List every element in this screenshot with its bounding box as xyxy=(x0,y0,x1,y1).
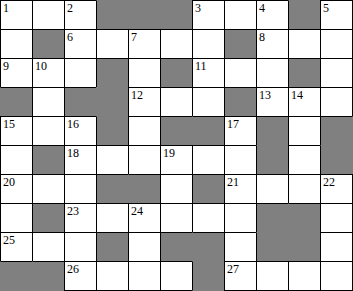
block-cell xyxy=(32,261,64,291)
clue-number: 19 xyxy=(163,147,175,159)
letter-cell[interactable]: 2 xyxy=(64,0,96,29)
letter-cell[interactable] xyxy=(224,232,256,261)
letter-cell[interactable]: 10 xyxy=(32,58,64,87)
block-cell xyxy=(224,29,256,58)
letter-cell[interactable]: 7 xyxy=(128,29,160,58)
letter-cell[interactable]: 8 xyxy=(256,29,288,58)
clue-number: 18 xyxy=(67,147,79,159)
clue-number: 7 xyxy=(131,31,137,43)
clue-number: 27 xyxy=(227,263,239,275)
letter-cell[interactable] xyxy=(192,29,224,58)
letter-cell[interactable] xyxy=(256,58,288,87)
letter-cell[interactable] xyxy=(192,145,224,174)
letter-cell[interactable]: 5 xyxy=(320,0,353,29)
letter-cell[interactable]: 18 xyxy=(64,145,96,174)
block-cell xyxy=(192,174,224,203)
block-cell xyxy=(160,0,192,29)
letter-cell[interactable]: 21 xyxy=(224,174,256,203)
block-cell xyxy=(160,232,192,261)
letter-cell[interactable] xyxy=(96,145,128,174)
clue-number: 10 xyxy=(35,60,47,72)
block-cell xyxy=(288,203,320,232)
letter-cell[interactable] xyxy=(96,261,128,291)
letter-cell[interactable] xyxy=(320,29,353,58)
letter-cell[interactable] xyxy=(0,145,32,174)
block-cell xyxy=(320,116,353,145)
letter-cell[interactable] xyxy=(288,261,320,291)
letter-cell[interactable]: 1 xyxy=(0,0,32,29)
letter-cell[interactable] xyxy=(320,203,353,232)
block-cell xyxy=(96,116,128,145)
letter-cell[interactable] xyxy=(160,174,192,203)
letter-cell[interactable] xyxy=(224,203,256,232)
letter-cell[interactable] xyxy=(64,58,96,87)
clue-number: 2 xyxy=(67,2,73,14)
block-cell xyxy=(160,58,192,87)
clue-number: 22 xyxy=(323,176,335,188)
clue-number: 5 xyxy=(323,2,329,14)
letter-cell[interactable]: 13 xyxy=(256,87,288,116)
letter-cell[interactable] xyxy=(320,232,353,261)
block-cell xyxy=(192,261,224,291)
letter-cell[interactable]: 15 xyxy=(0,116,32,145)
clue-number: 16 xyxy=(67,118,79,130)
letter-cell[interactable] xyxy=(288,145,320,174)
clue-number: 1 xyxy=(3,2,9,14)
block-cell xyxy=(0,87,32,116)
letter-cell[interactable]: 22 xyxy=(320,174,353,203)
clue-number: 12 xyxy=(131,89,143,101)
letter-cell[interactable] xyxy=(96,29,128,58)
block-cell xyxy=(96,232,128,261)
letter-cell[interactable] xyxy=(0,29,32,58)
block-cell xyxy=(32,145,64,174)
letter-cell[interactable] xyxy=(160,261,192,291)
letter-cell[interactable]: 16 xyxy=(64,116,96,145)
block-cell xyxy=(192,116,224,145)
block-cell xyxy=(96,0,128,29)
clue-number: 21 xyxy=(227,176,239,188)
letter-cell[interactable] xyxy=(0,203,32,232)
clue-number: 9 xyxy=(3,60,9,72)
clue-number: 17 xyxy=(227,118,239,130)
clue-number: 20 xyxy=(3,176,15,188)
letter-cell[interactable]: 12 xyxy=(128,87,160,116)
letter-cell[interactable] xyxy=(64,232,96,261)
letter-cell[interactable] xyxy=(160,203,192,232)
block-cell xyxy=(256,145,288,174)
clue-number: 4 xyxy=(259,2,265,14)
clue-number: 24 xyxy=(131,205,143,217)
letter-cell[interactable] xyxy=(128,145,160,174)
clue-number: 3 xyxy=(195,2,201,14)
letter-cell[interactable] xyxy=(224,58,256,87)
crossword-grid: 1234567891011121314151617181920212223242… xyxy=(0,0,353,291)
block-cell xyxy=(256,116,288,145)
letter-cell[interactable] xyxy=(32,232,64,261)
letter-cell[interactable]: 3 xyxy=(192,0,224,29)
block-cell xyxy=(224,87,256,116)
letter-cell[interactable]: 9 xyxy=(0,58,32,87)
clue-number: 8 xyxy=(259,31,265,43)
block-cell xyxy=(96,58,128,87)
clue-number: 11 xyxy=(195,60,207,72)
clue-number: 15 xyxy=(3,118,15,130)
letter-cell[interactable] xyxy=(224,145,256,174)
letter-cell[interactable]: 24 xyxy=(128,203,160,232)
letter-cell[interactable]: 23 xyxy=(64,203,96,232)
block-cell xyxy=(288,58,320,87)
letter-cell[interactable]: 11 xyxy=(192,58,224,87)
letter-cell[interactable] xyxy=(320,261,353,291)
letter-cell[interactable] xyxy=(128,261,160,291)
letter-cell[interactable] xyxy=(32,116,64,145)
clue-number: 26 xyxy=(67,263,79,275)
block-cell xyxy=(64,87,96,116)
letter-cell[interactable] xyxy=(192,203,224,232)
letter-cell[interactable] xyxy=(32,0,64,29)
letter-cell[interactable]: 14 xyxy=(288,87,320,116)
clue-number: 14 xyxy=(291,89,303,101)
letter-cell[interactable]: 26 xyxy=(64,261,96,291)
letter-cell[interactable] xyxy=(32,87,64,116)
block-cell xyxy=(288,232,320,261)
block-cell xyxy=(288,0,320,29)
letter-cell[interactable] xyxy=(256,261,288,291)
letter-cell[interactable] xyxy=(32,174,64,203)
letter-cell[interactable] xyxy=(96,203,128,232)
block-cell xyxy=(192,232,224,261)
letter-cell[interactable] xyxy=(320,87,353,116)
letter-cell[interactable] xyxy=(160,29,192,58)
letter-cell[interactable] xyxy=(288,116,320,145)
letter-cell[interactable]: 20 xyxy=(0,174,32,203)
block-cell xyxy=(256,232,288,261)
letter-cell[interactable] xyxy=(224,0,256,29)
letter-cell[interactable] xyxy=(160,87,192,116)
clue-number: 6 xyxy=(67,31,73,43)
letter-cell[interactable] xyxy=(128,116,160,145)
letter-cell[interactable]: 6 xyxy=(64,29,96,58)
block-cell xyxy=(96,174,128,203)
letter-cell[interactable]: 17 xyxy=(224,116,256,145)
block-cell xyxy=(128,0,160,29)
letter-cell[interactable] xyxy=(288,29,320,58)
block-cell xyxy=(96,87,128,116)
block-cell xyxy=(160,116,192,145)
block-cell xyxy=(32,203,64,232)
block-cell xyxy=(128,174,160,203)
clue-number: 25 xyxy=(3,234,15,246)
block-cell xyxy=(256,203,288,232)
letter-cell[interactable]: 27 xyxy=(224,261,256,291)
letter-cell[interactable] xyxy=(256,174,288,203)
letter-cell[interactable]: 4 xyxy=(256,0,288,29)
letter-cell[interactable]: 19 xyxy=(160,145,192,174)
letter-cell[interactable] xyxy=(128,58,160,87)
block-cell xyxy=(0,261,32,291)
letter-cell[interactable] xyxy=(64,174,96,203)
letter-cell[interactable] xyxy=(288,174,320,203)
block-cell xyxy=(320,145,353,174)
clue-number: 13 xyxy=(259,89,271,101)
letter-cell[interactable] xyxy=(320,58,353,87)
block-cell xyxy=(32,29,64,58)
letter-cell[interactable] xyxy=(128,232,160,261)
letter-cell[interactable]: 25 xyxy=(0,232,32,261)
letter-cell[interactable] xyxy=(192,87,224,116)
clue-number: 23 xyxy=(67,205,79,217)
